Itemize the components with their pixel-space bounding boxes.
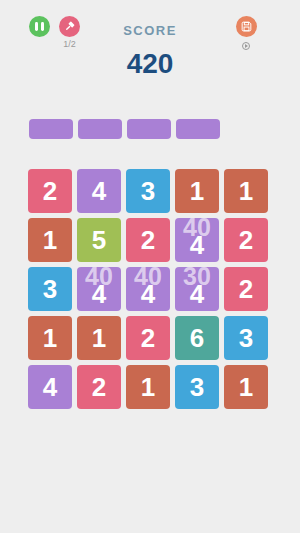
tile-value: 2	[43, 178, 57, 204]
tile-r4-c1[interactable]: 1	[28, 316, 72, 360]
game-screen: 1/2 SCORE 420 24311152440234404404302112…	[0, 0, 300, 533]
tile-value: 4	[190, 281, 204, 307]
tile-value: 4	[190, 232, 204, 258]
tile-value: 2	[141, 325, 155, 351]
tile-r4-c3[interactable]: 2	[126, 316, 170, 360]
tile-value: 2	[92, 374, 106, 400]
tile-value: 3	[43, 276, 57, 302]
tile-value: 2	[141, 227, 155, 253]
queue-bars	[29, 119, 220, 139]
tile-value: 1	[92, 325, 106, 351]
tile-value: 2	[239, 276, 253, 302]
tile-r2-c2[interactable]: 5	[77, 218, 121, 262]
tile-r4-c4[interactable]: 6	[175, 316, 219, 360]
tile-value: 3	[239, 325, 253, 351]
tile-value: 4	[141, 281, 155, 307]
tile-value: 3	[141, 178, 155, 204]
tile-r2-c5[interactable]: 2	[224, 218, 268, 262]
tile-r2-c3[interactable]: 2	[126, 218, 170, 262]
tile-r3-c2[interactable]: 440	[77, 267, 121, 311]
tile-r1-c3[interactable]: 3	[126, 169, 170, 213]
tile-value: 3	[190, 374, 204, 400]
tile-r1-c4[interactable]: 1	[175, 169, 219, 213]
tile-value: 1	[43, 325, 57, 351]
tile-r3-c3[interactable]: 440	[126, 267, 170, 311]
board: 243111524402344044043021126342131	[28, 169, 268, 409]
tile-value: 5	[92, 227, 106, 253]
save-button[interactable]	[236, 16, 257, 37]
queue-bar	[127, 119, 171, 139]
tile-value: 1	[239, 178, 253, 204]
tile-r3-c5[interactable]: 2	[224, 267, 268, 311]
score-value: 420	[0, 48, 300, 80]
tile-r5-c3[interactable]: 1	[126, 365, 170, 409]
tile-r5-c2[interactable]: 2	[77, 365, 121, 409]
tile-value: 4	[92, 281, 106, 307]
tile-r2-c1[interactable]: 1	[28, 218, 72, 262]
tile-value: 1	[43, 227, 57, 253]
tile-value: 1	[141, 374, 155, 400]
tile-r5-c1[interactable]: 4	[28, 365, 72, 409]
tile-r1-c2[interactable]: 4	[77, 169, 121, 213]
tile-r4-c2[interactable]: 1	[77, 316, 121, 360]
tile-value: 4	[92, 178, 106, 204]
tile-r2-c4[interactable]: 440	[175, 218, 219, 262]
tile-r1-c1[interactable]: 2	[28, 169, 72, 213]
tile-value: 2	[239, 227, 253, 253]
play-circle-icon[interactable]	[242, 42, 250, 50]
queue-bar	[78, 119, 122, 139]
tile-r5-c4[interactable]: 3	[175, 365, 219, 409]
tile-r3-c1[interactable]: 3	[28, 267, 72, 311]
tile-r4-c5[interactable]: 3	[224, 316, 268, 360]
queue-bar	[176, 119, 220, 139]
tile-r3-c4[interactable]: 430	[175, 267, 219, 311]
tile-value: 4	[43, 374, 57, 400]
floppy-disk-icon	[240, 20, 253, 33]
tile-value: 1	[239, 374, 253, 400]
queue-bar	[29, 119, 73, 139]
tile-value: 6	[190, 325, 204, 351]
tile-r1-c5[interactable]: 1	[224, 169, 268, 213]
tile-r5-c5[interactable]: 1	[224, 365, 268, 409]
tile-value: 1	[190, 178, 204, 204]
